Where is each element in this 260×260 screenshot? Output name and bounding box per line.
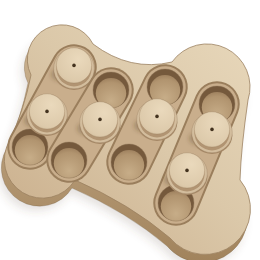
product-photo-stage [0, 0, 260, 260]
treat-well-T2-c3 [51, 142, 87, 178]
puzzle-board [0, 0, 260, 260]
treat-well-T3-c3 [111, 144, 147, 180]
